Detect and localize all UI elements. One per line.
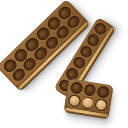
small-mancala-board-pit-r1c1[interactable] [81, 96, 94, 110]
small-mancala-board-pit-r1c0[interactable] [68, 94, 81, 108]
mancala-board-small [64, 79, 114, 120]
small-mancala-board-pit-r1c2[interactable] [95, 98, 108, 112]
small-mancala-board-pit-r0c1[interactable] [83, 83, 96, 97]
wooden-ball[interactable] [95, 99, 107, 111]
wooden-ball[interactable] [82, 97, 94, 109]
wooden-ball[interactable] [68, 95, 80, 107]
small-mancala-board-pit-r0c0[interactable] [70, 81, 83, 95]
product-photo-scene [0, 0, 128, 128]
small-mancala-board-pit-r0c2[interactable] [97, 85, 110, 99]
